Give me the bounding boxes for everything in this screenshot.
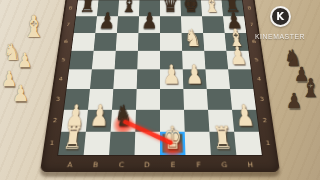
square-h4[interactable] (228, 69, 253, 89)
square-e6[interactable] (160, 33, 182, 51)
square-e1[interactable]: ♚ (160, 132, 185, 155)
square-c8[interactable]: ♝ (118, 0, 140, 16)
piece-black-pawn-b7[interactable]: ♟ (98, 9, 116, 34)
piece-white-rook-a1[interactable]: ♜ (61, 122, 84, 156)
square-e3[interactable] (160, 89, 184, 110)
square-e4[interactable]: ♟ (160, 69, 183, 89)
piece-white-pawn-h2[interactable]: ♟ (234, 101, 256, 133)
coord-label: 2 (258, 110, 272, 132)
square-a7[interactable] (74, 16, 97, 33)
piece-white-knight-f6[interactable]: ♞ (184, 26, 202, 52)
square-a5[interactable] (69, 51, 94, 70)
square-f6[interactable]: ♞ (182, 33, 205, 51)
square-a1[interactable]: ♜ (58, 132, 86, 155)
coord-label: G (211, 161, 237, 170)
square-d6[interactable] (138, 33, 160, 51)
square-b2[interactable]: ♟ (86, 110, 112, 132)
piece-black-pawn-d7[interactable]: ♟ (141, 9, 157, 34)
square-b6[interactable] (94, 33, 117, 51)
coord-label: 8 (65, 0, 77, 16)
square-c1[interactable] (109, 132, 135, 155)
piece-white-pawn-h5[interactable]: ♟ (228, 43, 248, 70)
square-c5[interactable] (115, 51, 138, 70)
kinemaster-watermark: K KINEMASTER (250, 6, 310, 40)
square-e8[interactable]: ♛ (160, 0, 181, 16)
coord-label: F (186, 161, 212, 170)
square-h2[interactable]: ♟ (232, 110, 259, 132)
square-g3[interactable] (207, 89, 232, 110)
piece-black-bishop-c8[interactable]: ♝ (120, 0, 137, 17)
square-c6[interactable] (116, 33, 139, 51)
square-b7[interactable]: ♟ (95, 16, 118, 33)
coord-label: A (56, 161, 83, 170)
piece-black-queen-e8[interactable]: ♛ (162, 0, 178, 17)
kinemaster-logo-icon: K (270, 6, 291, 27)
square-h1[interactable] (234, 132, 262, 155)
square-g8[interactable]: ♝ (201, 0, 223, 16)
captured-white-pawn: ♟ (17, 49, 32, 72)
coord-label: C (108, 161, 134, 170)
piece-white-pawn-f4[interactable]: ♟ (185, 61, 204, 90)
coord-label: D (134, 161, 160, 170)
coord-label: 4 (253, 69, 266, 89)
square-f3[interactable] (183, 89, 208, 110)
square-f1[interactable] (185, 132, 211, 155)
square-g7[interactable] (202, 16, 225, 33)
square-g5[interactable] (204, 51, 228, 70)
file-labels-bottom: ABCDEFGH (56, 161, 263, 170)
square-g4[interactable] (205, 69, 230, 89)
coord-label: 5 (57, 51, 70, 70)
coord-label: 3 (51, 89, 65, 110)
square-d7[interactable]: ♟ (138, 16, 160, 33)
square-g1[interactable]: ♜ (209, 132, 236, 155)
square-g6[interactable] (203, 33, 226, 51)
captured-black-pawn: ♟ (286, 89, 302, 113)
coord-label: B (82, 161, 108, 170)
square-b5[interactable] (92, 51, 116, 70)
coord-label: 6 (60, 33, 73, 51)
board-frame: 87654321 87654321 ABCDEFGH ♜♝♛♚♝♜♟♟♟♞♝♟♟… (40, 0, 280, 172)
square-h5[interactable]: ♟ (226, 51, 251, 70)
coord-label: 5 (250, 51, 263, 70)
piece-black-king-f8[interactable]: ♚ (183, 0, 200, 17)
coord-label: 1 (261, 132, 276, 155)
square-a4[interactable] (67, 69, 92, 89)
piece-black-knight-c2[interactable]: ♞ (114, 101, 134, 133)
coord-label: 1 (44, 132, 59, 155)
piece-white-bishop-g8[interactable]: ♝ (203, 0, 221, 17)
board-perspective-wrap: 87654321 87654321 ABCDEFGH ♜♝♛♚♝♜♟♟♟♞♝♟♟… (40, 0, 280, 172)
kinemaster-watermark-text: KINEMASTER (250, 33, 310, 40)
square-a8[interactable]: ♜ (76, 0, 99, 16)
square-f8[interactable]: ♚ (181, 0, 203, 16)
square-e7[interactable] (160, 16, 182, 33)
coord-label: 2 (48, 110, 62, 132)
chess-board[interactable]: ♜♝♛♚♝♜♟♟♟♞♝♟♟♟♟♟♞♟♜♚♜ (58, 0, 262, 155)
coord-label: 4 (54, 69, 67, 89)
chess-app-screen: ♝♞♟♟♟ ♞♟♝♟ 87654321 87654321 ABCDEFGH ♜♝… (0, 0, 320, 180)
kinemaster-logo-letter: K (276, 11, 284, 22)
coord-label: E (160, 161, 186, 170)
coord-label: 7 (62, 16, 74, 33)
square-d5[interactable] (137, 51, 160, 70)
piece-black-rook-a8[interactable]: ♜ (78, 0, 96, 17)
captured-black-bishop: ♝ (301, 74, 320, 103)
coord-label: H (237, 161, 264, 170)
piece-white-pawn-e4[interactable]: ♟ (163, 61, 181, 90)
coord-label: 3 (255, 89, 269, 110)
piece-white-rook-g1[interactable]: ♜ (212, 122, 234, 156)
square-d4[interactable] (137, 69, 160, 89)
square-f4[interactable]: ♟ (183, 69, 207, 89)
square-b4[interactable] (90, 69, 115, 89)
square-c7[interactable] (117, 16, 139, 33)
square-f2[interactable] (184, 110, 209, 132)
square-c4[interactable] (113, 69, 137, 89)
piece-white-pawn-b2[interactable]: ♟ (89, 101, 110, 133)
captured-white-pawn: ♟ (12, 81, 29, 106)
square-b1[interactable] (84, 132, 111, 155)
square-a6[interactable] (72, 33, 96, 51)
square-d3[interactable] (136, 89, 160, 110)
